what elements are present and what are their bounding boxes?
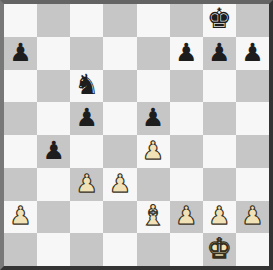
square-a1[interactable] xyxy=(4,233,37,266)
square-e5[interactable]: ♟ xyxy=(137,102,170,135)
square-c1[interactable] xyxy=(70,233,103,266)
square-b2[interactable] xyxy=(37,201,70,234)
square-f7[interactable]: ♟ xyxy=(170,37,203,70)
white-bishop-icon: ♝ xyxy=(141,202,166,230)
square-c8[interactable] xyxy=(70,4,103,37)
square-c2[interactable] xyxy=(70,201,103,234)
square-g4[interactable] xyxy=(203,135,236,168)
square-b3[interactable] xyxy=(37,168,70,201)
square-g6[interactable] xyxy=(203,70,236,103)
square-h8[interactable] xyxy=(236,4,269,37)
square-g1[interactable]: ♚ xyxy=(203,233,236,266)
square-e2[interactable]: ♝ xyxy=(137,201,170,234)
square-h1[interactable] xyxy=(236,233,269,266)
square-b1[interactable] xyxy=(37,233,70,266)
square-a7[interactable]: ♟ xyxy=(4,37,37,70)
square-b4[interactable]: ♟ xyxy=(37,135,70,168)
square-h2[interactable]: ♟ xyxy=(236,201,269,234)
square-a8[interactable] xyxy=(4,4,37,37)
square-e8[interactable] xyxy=(137,4,170,37)
square-b5[interactable] xyxy=(37,102,70,135)
square-h4[interactable] xyxy=(236,135,269,168)
white-king-icon: ♚ xyxy=(207,235,232,263)
white-pawn-icon: ♟ xyxy=(76,171,98,196)
square-h5[interactable] xyxy=(236,102,269,135)
square-f2[interactable]: ♟ xyxy=(170,201,203,234)
black-pawn-icon: ♟ xyxy=(142,105,164,130)
square-f6[interactable] xyxy=(170,70,203,103)
square-e6[interactable] xyxy=(137,70,170,103)
square-f1[interactable] xyxy=(170,233,203,266)
black-pawn-icon: ♟ xyxy=(241,40,263,65)
square-b8[interactable] xyxy=(37,4,70,37)
square-f3[interactable] xyxy=(170,168,203,201)
black-king-icon: ♚ xyxy=(207,5,232,33)
white-pawn-icon: ♟ xyxy=(175,203,197,228)
square-c6[interactable]: ♞ xyxy=(70,70,103,103)
white-pawn-icon: ♟ xyxy=(109,171,131,196)
square-e7[interactable] xyxy=(137,37,170,70)
square-g7[interactable]: ♟ xyxy=(203,37,236,70)
square-g5[interactable] xyxy=(203,102,236,135)
square-d4[interactable] xyxy=(103,135,136,168)
black-pawn-icon: ♟ xyxy=(175,40,197,65)
square-d8[interactable] xyxy=(103,4,136,37)
square-d1[interactable] xyxy=(103,233,136,266)
square-e3[interactable] xyxy=(137,168,170,201)
square-f8[interactable] xyxy=(170,4,203,37)
square-h3[interactable] xyxy=(236,168,269,201)
square-d7[interactable] xyxy=(103,37,136,70)
square-f4[interactable] xyxy=(170,135,203,168)
black-pawn-icon: ♟ xyxy=(9,40,31,65)
square-e4[interactable]: ♟ xyxy=(137,135,170,168)
square-g2[interactable]: ♟ xyxy=(203,201,236,234)
square-a6[interactable] xyxy=(4,70,37,103)
chess-board: ♚♟♟♟♟♞♟♟♟♟♟♟♟♝♟♟♟♚ xyxy=(0,0,273,270)
square-c4[interactable] xyxy=(70,135,103,168)
square-d2[interactable] xyxy=(103,201,136,234)
white-pawn-icon: ♟ xyxy=(142,138,164,163)
square-g3[interactable] xyxy=(203,168,236,201)
black-knight-icon: ♞ xyxy=(74,71,99,99)
square-a2[interactable]: ♟ xyxy=(4,201,37,234)
white-pawn-icon: ♟ xyxy=(241,203,263,228)
square-a4[interactable] xyxy=(4,135,37,168)
square-g8[interactable]: ♚ xyxy=(203,4,236,37)
square-b7[interactable] xyxy=(37,37,70,70)
black-pawn-icon: ♟ xyxy=(76,105,98,130)
square-c5[interactable]: ♟ xyxy=(70,102,103,135)
black-pawn-icon: ♟ xyxy=(42,138,64,163)
black-pawn-icon: ♟ xyxy=(208,40,230,65)
square-a5[interactable] xyxy=(4,102,37,135)
white-pawn-icon: ♟ xyxy=(9,203,31,228)
square-c7[interactable] xyxy=(70,37,103,70)
square-d3[interactable]: ♟ xyxy=(103,168,136,201)
square-c3[interactable]: ♟ xyxy=(70,168,103,201)
square-d6[interactable] xyxy=(103,70,136,103)
square-a3[interactable] xyxy=(4,168,37,201)
square-d5[interactable] xyxy=(103,102,136,135)
square-e1[interactable] xyxy=(137,233,170,266)
square-b6[interactable] xyxy=(37,70,70,103)
square-h7[interactable]: ♟ xyxy=(236,37,269,70)
white-pawn-icon: ♟ xyxy=(208,203,230,228)
square-h6[interactable] xyxy=(236,70,269,103)
square-f5[interactable] xyxy=(170,102,203,135)
